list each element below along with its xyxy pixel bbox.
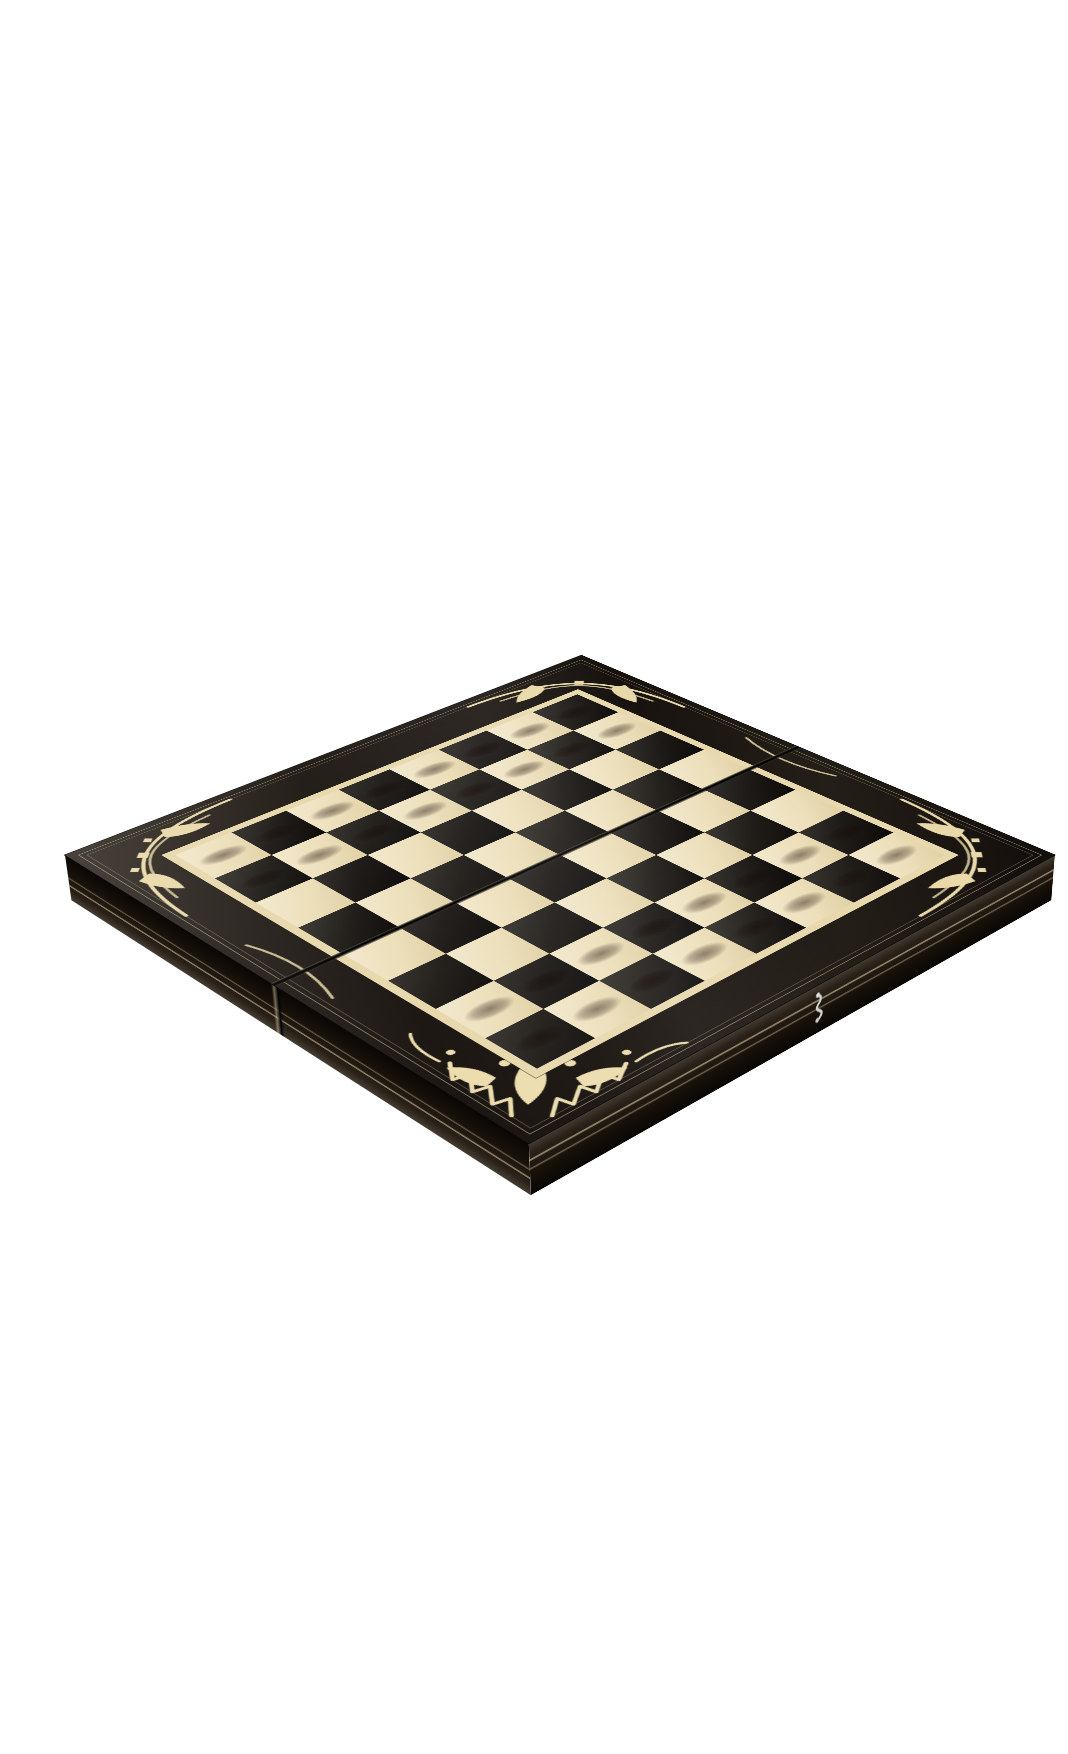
latch-clasp-icon xyxy=(808,987,828,1029)
product-photo-canvas: ♜♞♝♛♚♝♞♜♟♟♟♟♟♟♟♟♟♟♟♟♟♟♟♟♜♞♝♛♚♝♞♜ xyxy=(0,0,1068,1754)
black-pawn-glyph: ♟ xyxy=(162,781,366,887)
perspective-scene: ♜♞♝♛♚♝♞♜♟♟♟♟♟♟♟♟♟♟♟♟♟♟♟♟♜♞♝♛♚♝♞♜ xyxy=(0,0,1068,1754)
chess-board: ♜♞♝♛♚♝♞♜♟♟♟♟♟♟♟♟♟♟♟♟♟♟♟♟♜♞♝♛♚♝♞♜ xyxy=(65,655,1055,1143)
white-rook-glyph: ♜ xyxy=(426,910,654,1047)
